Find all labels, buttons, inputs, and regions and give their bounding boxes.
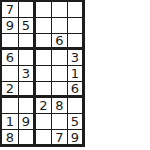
cell-r6c5-given-6[interactable]: 6 (68, 82, 85, 98)
cell-r3c5[interactable] (68, 34, 85, 50)
cell-r4c5-given-3[interactable]: 3 (68, 50, 85, 66)
cell-r5c4[interactable] (52, 66, 68, 82)
cell-r2c4[interactable] (52, 18, 68, 34)
cell-r2c5[interactable] (68, 18, 85, 34)
cell-r9c1-given-8[interactable]: 8 (2, 130, 19, 147)
screenshot-canvas: 795663312628195879 (0, 0, 150, 150)
cell-r3c4-given-6[interactable]: 6 (52, 34, 68, 50)
cell-r1c2[interactable] (19, 2, 36, 18)
cell-r3c3[interactable] (36, 34, 52, 50)
cell-r1c3[interactable] (36, 2, 52, 18)
cell-r2c3[interactable] (36, 18, 52, 34)
cell-r6c2[interactable] (19, 82, 36, 98)
cell-r5c5-given-1[interactable]: 1 (68, 66, 85, 82)
cell-r6c4[interactable] (52, 82, 68, 98)
cell-r8c2-given-9[interactable]: 9 (19, 114, 36, 130)
cell-r9c3[interactable] (36, 130, 52, 147)
cell-r7c3-given-2[interactable]: 2 (36, 98, 52, 114)
cell-r5c1[interactable] (2, 66, 19, 82)
cell-r1c5[interactable] (68, 2, 85, 18)
cell-r7c5[interactable] (68, 98, 85, 114)
cell-r1c4[interactable] (52, 2, 68, 18)
cell-r4c2[interactable] (19, 50, 36, 66)
cell-r3c1[interactable] (2, 34, 19, 50)
cell-r4c4[interactable] (52, 50, 68, 66)
cell-r7c2[interactable] (19, 98, 36, 114)
cell-r2c2-given-5[interactable]: 5 (19, 18, 36, 34)
cell-r4c1-given-6[interactable]: 6 (2, 50, 19, 66)
cell-r9c5-given-9[interactable]: 9 (68, 130, 85, 147)
cell-r7c4-given-8[interactable]: 8 (52, 98, 68, 114)
cell-r8c3[interactable] (36, 114, 52, 130)
cell-r8c5-given-5[interactable]: 5 (68, 114, 85, 130)
cell-r2c1-given-9[interactable]: 9 (2, 18, 19, 34)
cell-r8c4[interactable] (52, 114, 68, 130)
sudoku-board: 795663312628195879 (0, 0, 85, 147)
cell-r3c2[interactable] (19, 34, 36, 50)
cell-r6c1-given-2[interactable]: 2 (2, 82, 19, 98)
cell-r9c2[interactable] (19, 130, 36, 147)
cell-r7c1[interactable] (2, 98, 19, 114)
cell-r9c4-given-7[interactable]: 7 (52, 130, 68, 147)
cell-r8c1-given-1[interactable]: 1 (2, 114, 19, 130)
cell-r1c1-given-7[interactable]: 7 (2, 2, 19, 18)
cell-r4c3[interactable] (36, 50, 52, 66)
cell-r5c2-given-3[interactable]: 3 (19, 66, 36, 82)
cell-r5c3[interactable] (36, 66, 52, 82)
cell-r6c3[interactable] (36, 82, 52, 98)
